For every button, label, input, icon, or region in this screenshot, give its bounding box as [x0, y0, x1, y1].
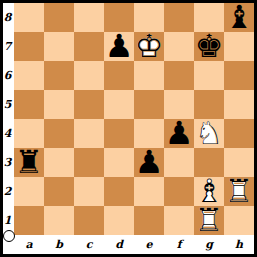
piece-white-king[interactable]: ♚♔ — [134, 32, 164, 61]
white-knight-outline: ♘ — [195, 117, 224, 149]
square-h2[interactable]: ♜♖ — [224, 177, 254, 206]
square-a8[interactable] — [14, 3, 44, 32]
black-bishop-glyph: ♝ — [225, 1, 254, 33]
square-c3[interactable] — [74, 148, 104, 177]
square-f7[interactable] — [164, 32, 194, 61]
rank-label-2: 2 — [1, 177, 14, 206]
square-h1[interactable] — [224, 206, 254, 235]
rank-label-7: 7 — [1, 32, 14, 61]
square-f2[interactable] — [164, 177, 194, 206]
square-f8[interactable] — [164, 3, 194, 32]
chess-diagram: ♝♟♚♔♚♟♞♘♜♟♝♗♜♖♜♖ 87654321abcdefgh — [0, 0, 257, 257]
square-e1[interactable] — [134, 206, 164, 235]
square-a6[interactable] — [14, 61, 44, 90]
square-d7[interactable]: ♟ — [104, 32, 134, 61]
file-label-e: e — [134, 236, 164, 253]
chess-board: ♝♟♚♔♚♟♞♘♜♟♝♗♜♖♜♖ — [14, 3, 254, 235]
square-a3[interactable]: ♜ — [14, 148, 44, 177]
black-king-glyph: ♚ — [195, 30, 224, 62]
square-e3[interactable]: ♟ — [134, 148, 164, 177]
square-e5[interactable] — [134, 90, 164, 119]
square-f3[interactable] — [164, 148, 194, 177]
square-a7[interactable] — [14, 32, 44, 61]
square-e6[interactable] — [134, 61, 164, 90]
rank-label-3: 3 — [1, 148, 14, 177]
square-b4[interactable] — [44, 119, 74, 148]
piece-white-rook[interactable]: ♜♖ — [224, 177, 254, 206]
square-h7[interactable] — [224, 32, 254, 61]
file-label-g: g — [194, 236, 224, 253]
square-c6[interactable] — [74, 61, 104, 90]
square-c5[interactable] — [74, 90, 104, 119]
square-e2[interactable] — [134, 177, 164, 206]
square-c8[interactable] — [74, 3, 104, 32]
square-c4[interactable] — [74, 119, 104, 148]
square-f1[interactable] — [164, 206, 194, 235]
square-b2[interactable] — [44, 177, 74, 206]
rank-label-4: 4 — [1, 119, 14, 148]
file-label-h: h — [224, 236, 254, 253]
white-rook-outline: ♖ — [195, 204, 224, 236]
square-b1[interactable] — [44, 206, 74, 235]
piece-black-pawn[interactable]: ♟ — [164, 119, 194, 148]
file-label-c: c — [74, 236, 104, 253]
rank-label-6: 6 — [1, 61, 14, 90]
square-b3[interactable] — [44, 148, 74, 177]
black-rook-glyph: ♜ — [15, 146, 44, 178]
square-b7[interactable] — [44, 32, 74, 61]
square-h4[interactable] — [224, 119, 254, 148]
square-e7[interactable]: ♚♔ — [134, 32, 164, 61]
square-f4[interactable]: ♟ — [164, 119, 194, 148]
piece-black-pawn[interactable]: ♟ — [104, 32, 134, 61]
white-rook-outline: ♖ — [225, 175, 254, 207]
square-h5[interactable] — [224, 90, 254, 119]
square-c7[interactable] — [74, 32, 104, 61]
file-label-b: b — [44, 236, 74, 253]
piece-black-rook[interactable]: ♜ — [14, 148, 44, 177]
square-d5[interactable] — [104, 90, 134, 119]
square-g7[interactable]: ♚ — [194, 32, 224, 61]
black-pawn-glyph: ♟ — [135, 146, 164, 178]
square-g6[interactable] — [194, 61, 224, 90]
black-pawn-glyph: ♟ — [165, 117, 194, 149]
piece-black-king[interactable]: ♚ — [194, 32, 224, 61]
rank-label-1: 1 — [1, 206, 14, 235]
square-b5[interactable] — [44, 90, 74, 119]
rank-label-5: 5 — [1, 90, 14, 119]
piece-black-pawn[interactable]: ♟ — [134, 148, 164, 177]
square-b8[interactable] — [44, 3, 74, 32]
square-c1[interactable] — [74, 206, 104, 235]
square-f6[interactable] — [164, 61, 194, 90]
square-c2[interactable] — [74, 177, 104, 206]
square-d6[interactable] — [104, 61, 134, 90]
black-pawn-glyph: ♟ — [105, 30, 134, 62]
square-g4[interactable]: ♞♘ — [194, 119, 224, 148]
file-label-d: d — [104, 236, 134, 253]
piece-white-rook[interactable]: ♜♖ — [194, 206, 224, 235]
square-d4[interactable] — [104, 119, 134, 148]
square-a5[interactable] — [14, 90, 44, 119]
square-b6[interactable] — [44, 61, 74, 90]
file-label-f: f — [164, 236, 194, 253]
square-a1[interactable] — [14, 206, 44, 235]
white-king-outline: ♔ — [135, 30, 164, 62]
square-g1[interactable]: ♜♖ — [194, 206, 224, 235]
file-label-a: a — [14, 236, 44, 253]
square-h6[interactable] — [224, 61, 254, 90]
square-d2[interactable] — [104, 177, 134, 206]
piece-white-knight[interactable]: ♞♘ — [194, 119, 224, 148]
rank-label-8: 8 — [1, 3, 14, 32]
square-d1[interactable] — [104, 206, 134, 235]
square-d3[interactable] — [104, 148, 134, 177]
square-h8[interactable]: ♝ — [224, 3, 254, 32]
square-a2[interactable] — [14, 177, 44, 206]
piece-black-bishop[interactable]: ♝ — [224, 3, 254, 32]
